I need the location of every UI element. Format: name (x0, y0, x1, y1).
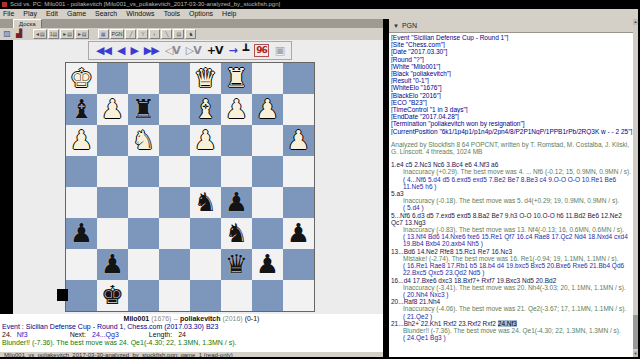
black-player-name: poliakevitch (180, 315, 220, 322)
white-pawn-piece: ♟ (101, 94, 124, 125)
db-switch-button-2[interactable]: 1▤ (48, 29, 60, 39)
square-c2[interactable]: ♟ (221, 94, 252, 125)
trial-mode-button[interactable]: ┻ (243, 43, 249, 58)
pgn-line-comment: Inaccuracy (-3.41). The best move was 20… (391, 284, 633, 291)
pgn-line-variation[interactable]: ( 20.Nh4 Nxc3 ) (391, 291, 633, 298)
pgn-line-variation[interactable]: ( 4...Nf6 5.d4 d5 6.exd5 exd5 7.Be2 Be7 … (391, 176, 633, 190)
square-f6[interactable] (128, 218, 159, 249)
square-e8[interactable] (159, 280, 190, 311)
square-b8[interactable] (252, 280, 283, 311)
board-window: ◀◀◀▶▶▶◁V▷V+V→┻96▣ ♚♛♜♝♟♜♝♟♟♟♞♟♟♞♟♟♞♟♟♛♟♚ (13, 40, 383, 314)
square-h6[interactable]: ♟ (66, 218, 97, 249)
pgn-line-moves[interactable]: 13...Bd6 14.Ne2 Rfe8 15.Rc1 Re7 16.Nc3 (391, 248, 633, 255)
nav-forward-button[interactable]: ▶ (130, 43, 137, 58)
maintenance-icon[interactable]: ╲ (161, 29, 172, 39)
square-c6[interactable]: ♞ (221, 218, 252, 249)
nav-toolbar: ◀◀◀▶▶▶◁V▷V+V→┻96▣ (88, 41, 292, 60)
square-d6[interactable] (190, 218, 221, 249)
square-b2[interactable]: ♟ (252, 94, 283, 125)
pgn-line-tag: [Termination "poliakevitch won by resign… (391, 120, 633, 127)
square-b7[interactable]: ♟ (252, 249, 283, 280)
square-g1[interactable] (97, 63, 128, 94)
pgn-line-moves[interactable]: 1.e4 c5 2.Nc3 Nc6 3.Bc4 e6 4.Nf3 a6 (391, 161, 633, 168)
pgn-line-moves[interactable]: 5...Nf6 6.d3 d5 7.exd5 exd5 8.Ba2 Be7 9.… (391, 212, 633, 226)
length-label: Length: (149, 331, 172, 339)
black-player-rating: (2016) (222, 315, 242, 322)
pgn-line-comment: Mistake! (-2.74). The best move was 16. … (391, 255, 633, 262)
square-a8[interactable] (283, 280, 314, 311)
collapse-triangle-icon: ▼ (393, 23, 399, 29)
square-h3[interactable]: ♟ (66, 125, 97, 156)
main-toolbar: ▨▟◄▤1▤►▤►▤▦PGN╱Y◐╲▤♞ (0, 28, 383, 40)
black-rook-piece: ♜ (132, 94, 155, 125)
scroll-thumb[interactable] (633, 315, 638, 349)
square-f3[interactable]: ♞ (128, 125, 159, 156)
pgn-line-tag: [Black "poliakevitch"] (391, 70, 633, 77)
pgn-line-tag: [WhiteElo "1676"] (391, 84, 633, 91)
window-title: Scid vs. PC: Milo001 - poliakevitch [Mil… (10, 1, 280, 7)
white-pawn-piece: ♟ (70, 125, 93, 156)
book-icon[interactable]: ▟ (14, 29, 24, 39)
white-king-piece: ♚ (70, 63, 93, 94)
square-a7[interactable] (283, 249, 314, 280)
white-pawn-piece: ♟ (287, 125, 310, 156)
square-e2[interactable] (159, 94, 190, 125)
square-h2[interactable]: ♝ (66, 94, 97, 125)
white-player-rating: (1676) (151, 315, 171, 322)
players-line: Milo001 (1676) -- poliakevitch (2016) (0… (0, 314, 383, 323)
black-queen-piece: ♛ (225, 249, 248, 280)
menu-help[interactable]: Help (222, 9, 236, 19)
square-c7[interactable]: ♛ (221, 249, 252, 280)
square-a6[interactable]: ♟ (283, 218, 314, 249)
pgn-line-tag: [TimeControl "1 in 3 days"] (391, 106, 633, 113)
scroll-down-icon[interactable]: ▼ (633, 351, 638, 357)
event-line: Event : Sicilian Defense Cup - Round 1, … (0, 323, 383, 331)
pgn-line-comment: Inaccuracy (-4.06). The best move was 21… (391, 305, 633, 312)
menu-bar: FilePlayEditGameSearchWindowsToolsOption… (0, 9, 638, 19)
current-move-number: 24. (2, 331, 12, 339)
current-move: Nf3 (17, 331, 28, 339)
square-f1[interactable] (128, 63, 159, 94)
side-to-move-indicator (57, 289, 68, 301)
white-pawn-piece: ♟ (225, 94, 248, 125)
square-h8[interactable] (66, 280, 97, 311)
length-value: 24 (178, 331, 186, 339)
engine-analysis-button[interactable]: 96 (254, 44, 269, 57)
pgn-line-variation[interactable]: ( 16.Re1 Rae8 17.Rb1 b5 18.b4 d4 19.bxc5… (391, 262, 633, 276)
menu-play[interactable]: Play (23, 9, 37, 19)
pgn-line-tag: [Event "Sicilian Defense Cup - Round 1"] (391, 34, 633, 41)
pgn-line-tag: [Site "Chess.com"] (391, 41, 633, 48)
pgn-line-tag: [Result "0-1"] (391, 77, 633, 84)
title-bar: Scid vs. PC: Milo001 - poliakevitch [Mil… (0, 0, 640, 9)
square-f5[interactable] (128, 187, 159, 218)
black-pawn-piece: ♟ (225, 187, 248, 218)
gameinfo-window-icon[interactable]: ▦ (98, 29, 109, 39)
menu-tools[interactable]: Tools (164, 9, 180, 19)
pgn-line-tag: [ECO "B23"] (391, 99, 633, 106)
pgn-window-icon[interactable]: PGN (110, 29, 125, 39)
square-a5[interactable] (283, 187, 314, 218)
pgn-line-comment: Inaccuracy (-0.83). The best move was 13… (391, 226, 633, 233)
square-a4[interactable] (283, 156, 314, 187)
pgn-line-variation[interactable]: ( 24.Qe1 Bg3 ) (391, 334, 633, 341)
square-b3[interactable] (252, 125, 283, 156)
pgn-pane-header[interactable]: ▼PGN (389, 19, 633, 33)
pgn-line-credit: Analyzed by Stockfish 8 64 POPCNT, writt… (391, 141, 633, 155)
pgn-line-tag: [EndDate "2017.04.28"] (391, 113, 633, 120)
variation-add-button[interactable]: +V (207, 43, 223, 58)
scroll-up-icon[interactable]: ▲ (633, 19, 638, 25)
black-knight-piece: ♞ (194, 187, 217, 218)
square-d4[interactable] (190, 156, 221, 187)
square-h1[interactable]: ♚ (66, 63, 97, 94)
square-f2[interactable]: ♜ (128, 94, 159, 125)
nav-start-button[interactable]: ◀◀ (96, 43, 111, 58)
white-queen-piece: ♛ (194, 63, 217, 94)
pgn-line-tag: [White "Milo001"] (391, 63, 633, 70)
copy-board-button[interactable]: ▣ (275, 43, 284, 58)
black-bishop-piece: ♝ (70, 94, 93, 125)
square-d7[interactable] (190, 249, 221, 280)
status-bar: Milo001_vs_poliakevitch_2017-03-30-analy… (0, 352, 383, 357)
white-rook-piece: ♜ (225, 63, 248, 94)
white-pawn-piece: ♟ (194, 125, 217, 156)
game-info-panel: Milo001 (1676) -- poliakevitch (2016) (0… (0, 314, 383, 352)
next-label: Next: (70, 331, 86, 339)
variation-exit-button[interactable]: ◁V (165, 43, 180, 58)
square-h4[interactable] (66, 156, 97, 187)
square-c4[interactable] (221, 156, 252, 187)
pgn-line-variation[interactable]: ( 5.d4 ) (391, 204, 633, 211)
square-g4[interactable] (97, 156, 128, 187)
square-f7[interactable] (128, 249, 159, 280)
pgn-line-tag: [Date "2017.03.30"] (391, 48, 633, 55)
black-king-piece: ♚ (101, 280, 124, 311)
engine-window-icon[interactable]: ♞ (185, 29, 196, 39)
players-separator: -- (173, 315, 178, 322)
square-c8[interactable] (221, 280, 252, 311)
pgn-line-moves[interactable]: 5.a3 (391, 190, 633, 197)
white-pawn-piece: ♟ (256, 94, 279, 125)
black-pawn-piece: ♟ (287, 218, 310, 249)
black-pawn-piece: ♟ (70, 218, 93, 249)
tree-window-icon[interactable]: Y (137, 29, 148, 39)
square-f4[interactable] (128, 156, 159, 187)
app-icon (2, 2, 7, 7)
menu-edit[interactable]: Edit (46, 9, 58, 19)
evaluation-line: Blunder!! (-7.36). The best move was 24.… (0, 339, 383, 347)
pgn-scrollbar[interactable]: ▲ ▼ (633, 19, 638, 357)
black-pawn-piece: ♟ (101, 249, 124, 280)
menu-options[interactable]: Options (189, 9, 213, 19)
gamelist-window-icon[interactable]: ▤ (173, 29, 184, 39)
pgn-current-move-highlight[interactable]: 24.Nf3 (498, 320, 517, 327)
square-d3[interactable]: ♟ (190, 125, 221, 156)
square-d5[interactable]: ♞ (190, 187, 221, 218)
square-b5[interactable] (252, 187, 283, 218)
square-c1[interactable]: ♜ (221, 63, 252, 94)
pgn-line-tag: [Round "?"] (391, 56, 633, 63)
square-g7[interactable]: ♟ (97, 249, 128, 280)
chess-board: ♚♛♜♝♟♜♝♟♟♟♞♟♟♞♟♟♞♟♟♛♟♚ (66, 63, 314, 311)
black-pawn-piece: ♟ (256, 249, 279, 280)
menu-file[interactable]: File (3, 9, 14, 19)
black-knight-piece: ♞ (225, 218, 248, 249)
square-h7[interactable] (66, 249, 97, 280)
square-d8[interactable] (190, 280, 221, 311)
pgn-line-comment: Inaccuracy (+0.29). The best move was 4.… (391, 168, 633, 175)
tab-board[interactable]: Доска (13, 19, 42, 28)
current-move-line: 24. Nf3 Next: 24...Qg3 Length: 24 (0, 331, 383, 339)
square-e6[interactable] (159, 218, 190, 249)
pgn-line-tag: [CurrentPosition "6k1/1p4p1/p1n4p/2pn4/8… (391, 128, 633, 135)
game-result: (0-1) (245, 315, 260, 322)
square-g6[interactable] (97, 218, 128, 249)
autoplay-button[interactable]: → (228, 43, 236, 58)
square-c5[interactable]: ♟ (221, 187, 252, 218)
nav-end-button[interactable]: ▶▶ (144, 43, 159, 58)
menu-search[interactable]: Search (95, 9, 117, 19)
square-a2[interactable] (283, 94, 314, 125)
nav-back-button[interactable]: ◀ (117, 43, 124, 58)
white-player-name: Milo001 (124, 315, 150, 322)
square-b1[interactable] (252, 63, 283, 94)
board-window-icon[interactable]: ▨ (2, 29, 12, 39)
pgn-text-area[interactable]: [Event "Sicilian Defense Cup - Round 1"]… (389, 33, 633, 357)
clock-icon[interactable]: ◐ (149, 29, 160, 39)
square-e3[interactable] (159, 125, 190, 156)
square-e5[interactable] (159, 187, 190, 218)
tab-strip: Доска (0, 19, 383, 28)
pgn-line-comment: Blunder!! (-7.36). The best move was 24.… (391, 327, 633, 334)
comment-editor-icon[interactable]: ╱ (125, 29, 136, 39)
square-e4[interactable] (159, 156, 190, 187)
square-e1[interactable] (159, 63, 190, 94)
pgn-line-moves[interactable]: 16...d4 17.Bxe6 dxc3 18.Bxf7+ Rxf7 19.Bx… (391, 277, 633, 284)
square-b4[interactable] (252, 156, 283, 187)
pgn-line-comment: Inaccuracy (-0.18). The best move was 5.… (391, 197, 633, 204)
white-knight-piece: ♞ (132, 125, 155, 156)
variation-enter-button[interactable]: ▷V (186, 43, 201, 58)
square-g8[interactable]: ♚ (97, 280, 128, 311)
pgn-line-variation[interactable]: ( 13.Nf4 Bd6 14.Nxe6 fxe6 15.Re1 Qf7 16.… (391, 233, 633, 247)
menu-windows[interactable]: Windows (126, 9, 154, 19)
square-a1[interactable] (283, 63, 314, 94)
square-a3[interactable]: ♟ (283, 125, 314, 156)
pgn-pane-label: PGN (402, 22, 417, 29)
db-switch-button-4[interactable]: ►▤ (75, 29, 89, 39)
white-bishop-piece: ♝ (194, 94, 217, 125)
menu-game[interactable]: Game (67, 9, 86, 19)
next-move: 24...Qg3 (92, 331, 119, 339)
pgn-line-variation[interactable]: ( 21.Qe2 ) (391, 313, 633, 320)
square-c3[interactable] (221, 125, 252, 156)
pgn-line-tag: [BlackElo "2016"] (391, 92, 633, 99)
square-b6[interactable] (252, 218, 283, 249)
square-e7[interactable] (159, 249, 190, 280)
pgn-line-moves[interactable]: 21...Bh2+ 22.Kh1 Rxf2 23.Rxf2 Rxf2 24.Nf… (391, 320, 633, 327)
square-g2[interactable]: ♟ (97, 94, 128, 125)
square-d1[interactable]: ♛ (190, 63, 221, 94)
square-g3[interactable] (97, 125, 128, 156)
db-switch-button-3[interactable]: ►▤ (60, 29, 74, 39)
db-switch-button-1[interactable]: ◄▤ (33, 29, 47, 39)
pgn-line-moves[interactable]: 20...Raf8 21.Nh4 (391, 298, 633, 305)
square-h5[interactable] (66, 187, 97, 218)
square-d2[interactable]: ♝ (190, 94, 221, 125)
square-f8[interactable] (128, 280, 159, 311)
square-g5[interactable] (97, 187, 128, 218)
